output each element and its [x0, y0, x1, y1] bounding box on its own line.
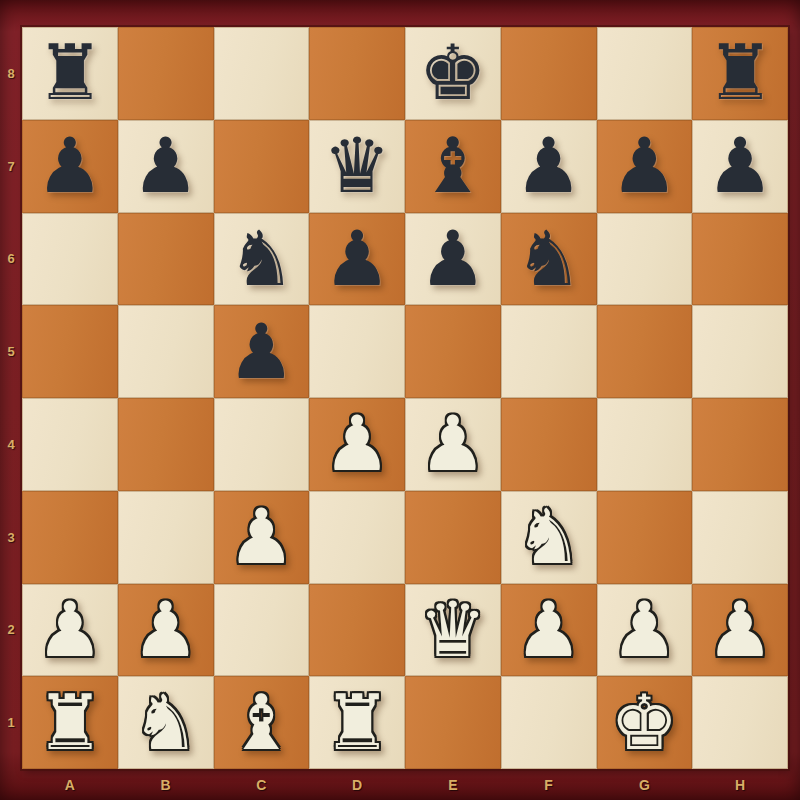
file-label-e: E: [405, 769, 501, 800]
piece-black-rook-a8[interactable]: ♜: [36, 35, 104, 111]
square-g4[interactable]: [597, 398, 693, 491]
square-g2[interactable]: ♟: [597, 584, 693, 677]
square-h3[interactable]: [692, 491, 788, 584]
square-f5[interactable]: [501, 305, 597, 398]
piece-white-knight-f3[interactable]: ♞: [515, 499, 583, 575]
square-c6[interactable]: ♞: [214, 213, 310, 306]
rank-label-4: 4: [0, 398, 22, 491]
square-f1[interactable]: [501, 676, 597, 769]
piece-black-knight-f6[interactable]: ♞: [515, 221, 583, 297]
square-h5[interactable]: [692, 305, 788, 398]
square-h4[interactable]: [692, 398, 788, 491]
piece-black-pawn-a7[interactable]: ♟: [36, 128, 104, 204]
file-label-f: F: [501, 769, 597, 800]
file-label-h: H: [692, 769, 788, 800]
square-e7[interactable]: ♝: [405, 120, 501, 213]
rank-label-5: 5: [0, 305, 22, 398]
piece-white-knight-b1[interactable]: ♞: [132, 685, 200, 761]
square-a4[interactable]: [22, 398, 118, 491]
file-labels: ABCDEFGH: [22, 769, 788, 800]
square-b8[interactable]: [118, 27, 214, 120]
piece-white-pawn-f2[interactable]: ♟: [515, 592, 583, 668]
square-d6[interactable]: ♟: [309, 213, 405, 306]
square-a3[interactable]: [22, 491, 118, 584]
square-g5[interactable]: [597, 305, 693, 398]
file-label-d: D: [309, 769, 405, 800]
square-a5[interactable]: [22, 305, 118, 398]
file-label-a: A: [22, 769, 118, 800]
square-h7[interactable]: ♟: [692, 120, 788, 213]
square-c2[interactable]: [214, 584, 310, 677]
square-c1[interactable]: ♝: [214, 676, 310, 769]
square-d3[interactable]: [309, 491, 405, 584]
square-g3[interactable]: [597, 491, 693, 584]
piece-black-pawn-c5[interactable]: ♟: [227, 314, 295, 390]
piece-black-queen-d7[interactable]: ♛: [323, 128, 391, 204]
piece-white-rook-a1[interactable]: ♜: [36, 685, 104, 761]
square-d4[interactable]: ♟: [309, 398, 405, 491]
piece-white-pawn-a2[interactable]: ♟: [36, 592, 104, 668]
piece-white-queen-e2[interactable]: ♛: [419, 592, 487, 668]
rank-label-2: 2: [0, 584, 22, 677]
piece-white-pawn-e4[interactable]: ♟: [419, 406, 487, 482]
square-b4[interactable]: [118, 398, 214, 491]
square-a6[interactable]: [22, 213, 118, 306]
piece-white-pawn-d4[interactable]: ♟: [323, 406, 391, 482]
rank-label-1: 1: [0, 676, 22, 769]
piece-white-pawn-c3[interactable]: ♟: [227, 499, 295, 575]
rank-label-3: 3: [0, 491, 22, 584]
square-h8[interactable]: ♜: [692, 27, 788, 120]
piece-white-pawn-b2[interactable]: ♟: [132, 592, 200, 668]
square-f7[interactable]: ♟: [501, 120, 597, 213]
square-e5[interactable]: [405, 305, 501, 398]
square-e4[interactable]: ♟: [405, 398, 501, 491]
square-f2[interactable]: ♟: [501, 584, 597, 677]
rank-label-8: 8: [0, 27, 22, 120]
square-a2[interactable]: ♟: [22, 584, 118, 677]
square-c8[interactable]: [214, 27, 310, 120]
square-c4[interactable]: [214, 398, 310, 491]
square-b2[interactable]: ♟: [118, 584, 214, 677]
square-b6[interactable]: [118, 213, 214, 306]
square-d8[interactable]: [309, 27, 405, 120]
piece-black-bishop-e7[interactable]: ♝: [419, 128, 487, 204]
square-b5[interactable]: [118, 305, 214, 398]
square-g8[interactable]: [597, 27, 693, 120]
piece-black-pawn-g7[interactable]: ♟: [610, 128, 678, 204]
square-f8[interactable]: [501, 27, 597, 120]
square-d5[interactable]: [309, 305, 405, 398]
square-d7[interactable]: ♛: [309, 120, 405, 213]
square-c5[interactable]: ♟: [214, 305, 310, 398]
square-g1[interactable]: ♚: [597, 676, 693, 769]
piece-black-pawn-e6[interactable]: ♟: [419, 221, 487, 297]
square-a7[interactable]: ♟: [22, 120, 118, 213]
piece-white-pawn-h2[interactable]: ♟: [706, 592, 774, 668]
piece-white-rook-d1[interactable]: ♜: [323, 685, 391, 761]
square-g6[interactable]: [597, 213, 693, 306]
square-f3[interactable]: ♞: [501, 491, 597, 584]
square-e1[interactable]: [405, 676, 501, 769]
square-e3[interactable]: [405, 491, 501, 584]
square-f6[interactable]: ♞: [501, 213, 597, 306]
rank-label-7: 7: [0, 120, 22, 213]
chess-board-frame: 87654321 ♜♚♜♟♟♛♝♟♟♟♞♟♟♞♟♟♟♟♞♟♟♛♟♟♟♜♞♝♜♚ …: [0, 0, 800, 800]
piece-black-knight-c6[interactable]: ♞: [227, 221, 295, 297]
piece-white-bishop-c1[interactable]: ♝: [227, 685, 295, 761]
square-e8[interactable]: ♚: [405, 27, 501, 120]
file-label-c: C: [214, 769, 310, 800]
piece-black-rook-h8[interactable]: ♜: [706, 35, 774, 111]
piece-black-pawn-b7[interactable]: ♟: [132, 128, 200, 204]
square-c3[interactable]: ♟: [214, 491, 310, 584]
file-label-g: G: [597, 769, 693, 800]
square-d2[interactable]: [309, 584, 405, 677]
square-f4[interactable]: [501, 398, 597, 491]
square-b3[interactable]: [118, 491, 214, 584]
square-b7[interactable]: ♟: [118, 120, 214, 213]
piece-white-king-g1[interactable]: ♚: [610, 685, 678, 761]
square-c7[interactable]: [214, 120, 310, 213]
file-label-b: B: [118, 769, 214, 800]
square-g7[interactable]: ♟: [597, 120, 693, 213]
square-b1[interactable]: ♞: [118, 676, 214, 769]
board: ♜♚♜♟♟♛♝♟♟♟♞♟♟♞♟♟♟♟♞♟♟♛♟♟♟♜♞♝♜♚: [22, 27, 788, 769]
piece-black-king-e8[interactable]: ♚: [419, 35, 487, 111]
rank-labels: 87654321: [0, 27, 22, 769]
piece-black-pawn-d6[interactable]: ♟: [323, 221, 391, 297]
piece-black-pawn-h7[interactable]: ♟: [706, 128, 774, 204]
piece-black-pawn-f7[interactable]: ♟: [515, 128, 583, 204]
square-h2[interactable]: ♟: [692, 584, 788, 677]
square-h1[interactable]: [692, 676, 788, 769]
square-e6[interactable]: ♟: [405, 213, 501, 306]
square-h6[interactable]: [692, 213, 788, 306]
square-e2[interactable]: ♛: [405, 584, 501, 677]
square-d1[interactable]: ♜: [309, 676, 405, 769]
rank-label-6: 6: [0, 213, 22, 306]
square-a8[interactable]: ♜: [22, 27, 118, 120]
piece-white-pawn-g2[interactable]: ♟: [610, 592, 678, 668]
square-a1[interactable]: ♜: [22, 676, 118, 769]
